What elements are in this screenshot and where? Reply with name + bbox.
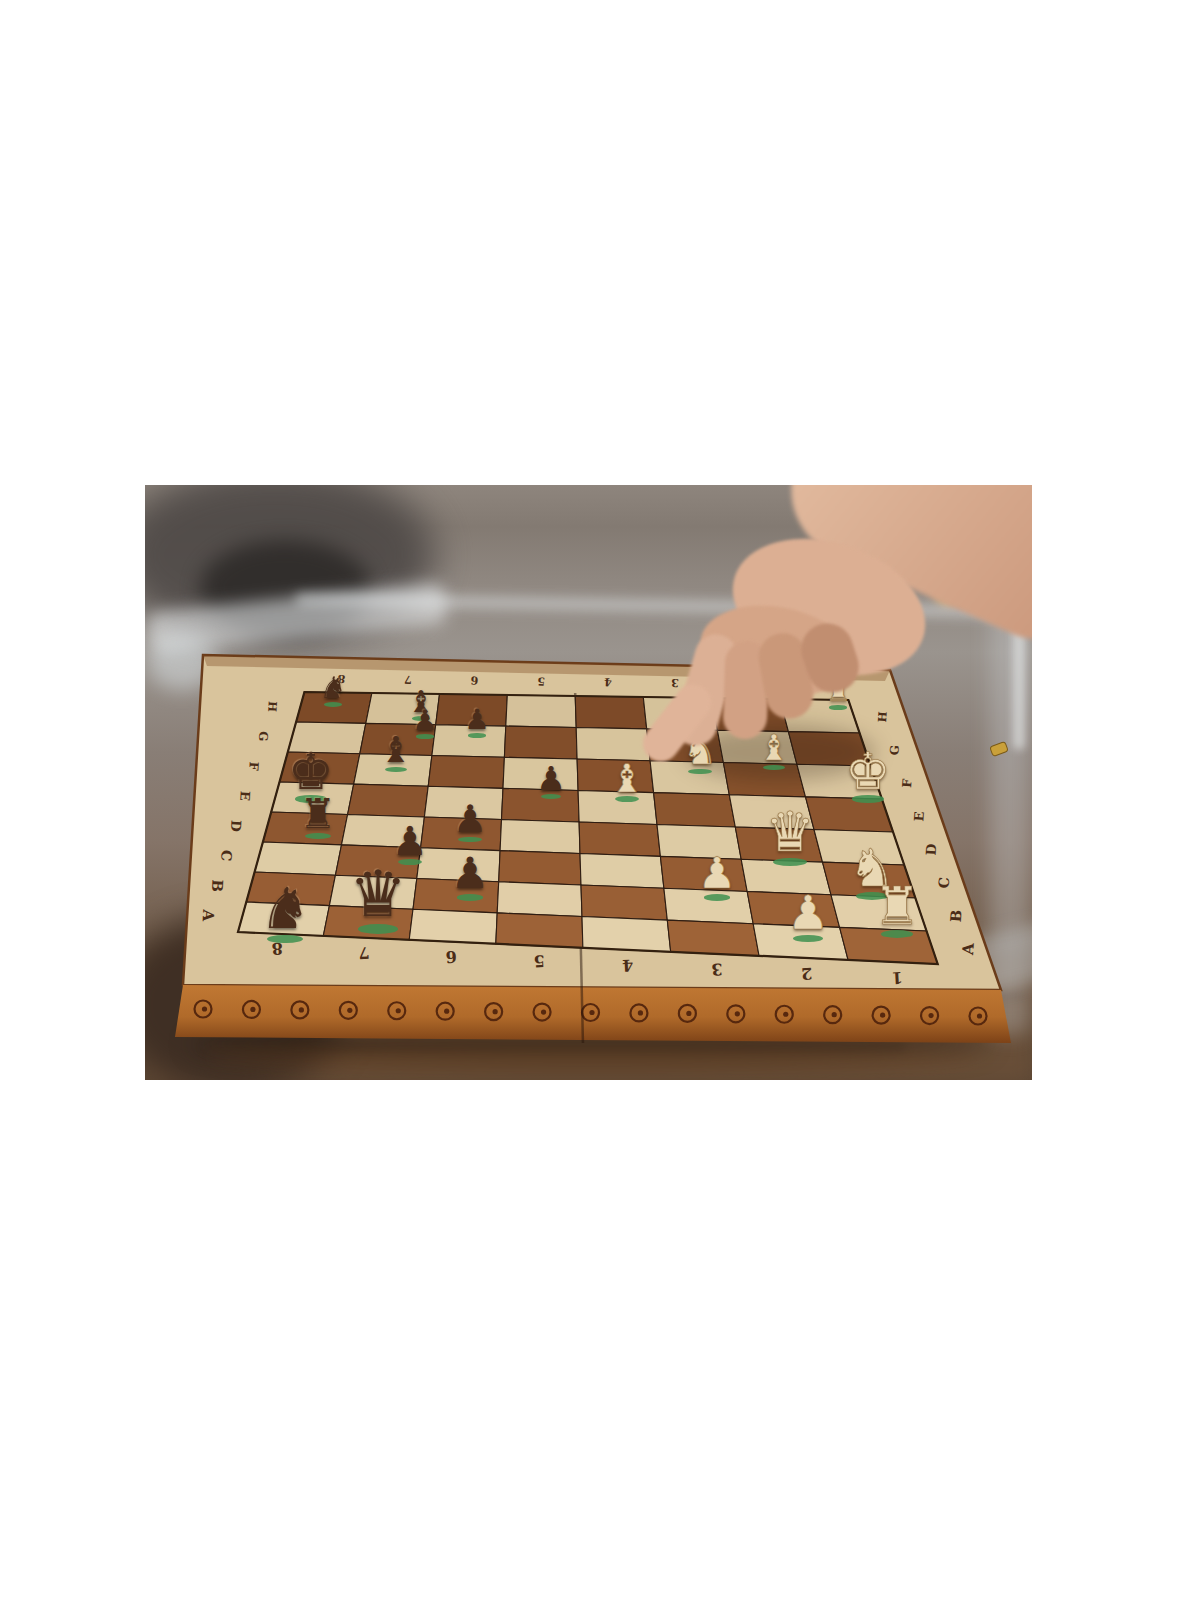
white-pawn-b3: ♟ xyxy=(691,852,743,895)
white-rook-a1: ♜ xyxy=(866,880,928,932)
white-rook-h1: ♜ xyxy=(821,678,855,706)
white-knight-f3: ♞ xyxy=(677,732,723,770)
white-bishop-f2: ♝ xyxy=(752,730,795,766)
black-pawn-g6: ♟ xyxy=(460,706,494,734)
page-background: { "game": "chess", "scene_description": … xyxy=(0,0,1200,1600)
black-pawn-b6: ♟ xyxy=(444,852,496,895)
white-queen-c2: ♛ xyxy=(757,805,823,860)
black-rook-d8: ♜ xyxy=(293,794,342,835)
black-queen-a7: ♛ xyxy=(340,862,417,926)
white-bishop-e4: ♝ xyxy=(604,759,651,798)
black-knight-h8: ♞ xyxy=(315,673,351,703)
black-knight-a8: ♞ xyxy=(251,880,319,937)
photograph: HHGGFFEEDDCCBBAA8877665544332211 ♞♜♝♟♟♝♝… xyxy=(145,485,1032,1080)
black-pawn-c7: ♟ xyxy=(386,821,434,861)
black-bishop-f7: ♝ xyxy=(374,732,417,768)
black-pawn-e5: ♟ xyxy=(531,762,571,795)
white-pawn-a2: ♟ xyxy=(780,889,836,936)
white-king-e1: ♚ xyxy=(837,746,898,797)
pieces-layer: ♞♜♝♟♟♝♝♞♟♚♚♝♜♟♟♛♞♟♟♛♜♟♞ xyxy=(145,485,1032,1080)
black-pawn-d6: ♟ xyxy=(447,800,493,838)
